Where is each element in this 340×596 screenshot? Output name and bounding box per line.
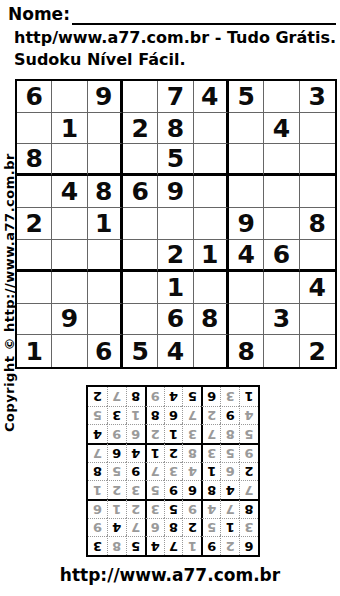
solution-cell-r3c6: 3 (145, 499, 164, 518)
puzzle-level-title: Sudoku Nível Fácil. (14, 50, 186, 69)
puzzle-cell-r1c1: 6 (17, 81, 52, 113)
puzzle-cell-r5c7: 9 (229, 208, 264, 240)
solution-cell-r7c9: 4 (88, 424, 107, 443)
solution-cell-r4c4: 6 (182, 480, 201, 499)
puzzle-cell-r6c2 (52, 240, 87, 272)
solution-cell-r2c8: 4 (107, 518, 126, 537)
solution-cell-r4c7: 3 (126, 480, 145, 499)
solution-cell-r1c5: 7 (164, 536, 183, 555)
solution-cell-r1c7: 5 (126, 536, 145, 555)
solution-cell-r8c6: 8 (145, 406, 164, 425)
puzzle-cell-r5c3: 1 (88, 208, 123, 240)
puzzle-cell-r7c1 (17, 272, 52, 304)
solution-cell-r2c5: 8 (164, 518, 183, 537)
solution-cell-r8c7: 1 (126, 406, 145, 425)
solution-cell-r8c8: 3 (107, 406, 126, 425)
sudoku-worksheet-page: Nome: http/www.a77.com.br - Tudo Grátis.… (0, 0, 340, 596)
solution-cell-r6c7: 4 (126, 443, 145, 462)
puzzle-cell-r9c6 (194, 335, 229, 367)
solution-cell-r7c4: 3 (182, 424, 201, 443)
puzzle-cell-r7c3 (88, 272, 123, 304)
solution-cell-r6c2: 5 (220, 443, 239, 462)
solution-cell-r2c3: 5 (201, 518, 220, 537)
puzzle-cell-r6c8: 6 (264, 240, 299, 272)
puzzle-cell-r8c7 (229, 304, 264, 336)
puzzle-cell-r3c7 (229, 144, 264, 176)
solution-cell-r3c8: 1 (107, 499, 126, 518)
puzzle-cell-r4c8 (264, 176, 299, 208)
solution-cell-r7c1: 5 (239, 424, 258, 443)
puzzle-cell-r7c5: 1 (158, 272, 193, 304)
solution-cell-r5c5: 3 (164, 462, 183, 481)
puzzle-cell-r4c7 (229, 176, 264, 208)
puzzle-cell-r8c8: 3 (264, 304, 299, 336)
solution-cell-r8c1: 4 (239, 406, 258, 425)
solution-cell-r7c7: 6 (126, 424, 145, 443)
solution-cell-r9c6: 9 (145, 387, 164, 406)
solution-cell-r2c1: 3 (239, 518, 258, 537)
solution-cell-r9c1: 1 (239, 387, 258, 406)
solution-cell-r8c9: 5 (88, 406, 107, 425)
puzzle-cell-r9c2 (52, 335, 87, 367)
puzzle-cell-r8c4 (123, 304, 158, 336)
sudoku-grid: 697453128485486921982146149683165482 (15, 79, 337, 369)
puzzle-cell-r7c6 (194, 272, 229, 304)
puzzle-cell-r8c3 (88, 304, 123, 336)
puzzle-cell-r4c5: 9 (158, 176, 193, 208)
puzzle-cell-r5c9: 8 (300, 208, 335, 240)
puzzle-cell-r4c4: 6 (123, 176, 158, 208)
puzzle-cell-r5c8 (264, 208, 299, 240)
solution-cell-r4c1: 7 (239, 480, 258, 499)
solution-cell-r6c8: 6 (107, 443, 126, 462)
puzzle-cell-r5c5 (158, 208, 193, 240)
puzzle-cell-r3c4 (123, 144, 158, 176)
solution-cell-r8c2: 9 (220, 406, 239, 425)
puzzle-cell-r6c5: 2 (158, 240, 193, 272)
puzzle-cell-r2c3 (88, 113, 123, 145)
puzzle-cell-r8c5: 6 (158, 304, 193, 336)
solution-cell-r2c4: 2 (182, 518, 201, 537)
solution-cell-r3c5: 5 (164, 499, 183, 518)
puzzle-cell-r6c1 (17, 240, 52, 272)
puzzle-cell-r5c1: 2 (17, 208, 52, 240)
puzzle-cell-r9c9: 2 (300, 335, 335, 367)
site-title: http/www.a77.com.br - Tudo Grátis. (14, 28, 336, 47)
puzzle-cell-r9c7: 8 (229, 335, 264, 367)
solution-cell-r4c2: 4 (220, 480, 239, 499)
solution-cell-r9c7: 8 (126, 387, 145, 406)
puzzle-cell-r7c7 (229, 272, 264, 304)
puzzle-cell-r3c3 (88, 144, 123, 176)
puzzle-cell-r2c7 (229, 113, 264, 145)
puzzle-cell-r6c7: 4 (229, 240, 264, 272)
puzzle-cell-r8c6: 8 (194, 304, 229, 336)
solution-cell-r5c8: 5 (107, 462, 126, 481)
solution-cell-r5c2: 6 (220, 462, 239, 481)
puzzle-cell-r2c1 (17, 113, 52, 145)
puzzle-cell-r2c5: 8 (158, 113, 193, 145)
solution-cell-r9c4: 5 (182, 387, 201, 406)
puzzle-cell-r6c3 (88, 240, 123, 272)
puzzle-cell-r4c1 (17, 176, 52, 208)
solution-cell-r9c3: 6 (201, 387, 220, 406)
solution-cell-r3c7: 2 (126, 499, 145, 518)
solution-cell-r2c9: 9 (88, 518, 107, 537)
puzzle-cell-r9c8 (264, 335, 299, 367)
solution-cell-r7c5: 1 (164, 424, 183, 443)
puzzle-cell-r1c9: 3 (300, 81, 335, 113)
solution-cell-r6c4: 8 (182, 443, 201, 462)
puzzle-cell-r6c9 (300, 240, 335, 272)
solution-cell-r4c6: 5 (145, 480, 164, 499)
puzzle-cell-r6c4 (123, 240, 158, 272)
solution-cell-r3c2: 7 (220, 499, 239, 518)
puzzle-cell-r7c9: 4 (300, 272, 335, 304)
solution-cell-r9c5: 4 (164, 387, 183, 406)
solution-cell-r8c4: 7 (182, 406, 201, 425)
solution-cell-r1c4: 1 (182, 536, 201, 555)
puzzle-cell-r7c2 (52, 272, 87, 304)
solution-cell-r6c9: 7 (88, 443, 107, 462)
solution-cell-r5c1: 2 (239, 462, 258, 481)
solution-cell-r8c3: 2 (201, 406, 220, 425)
solution-cell-r4c9: 1 (88, 480, 107, 499)
solution-cell-r9c8: 7 (107, 387, 126, 406)
solution-cell-r5c7: 9 (126, 462, 145, 481)
solution-cell-r9c9: 2 (88, 387, 107, 406)
footer-url: http://www.a77.com.br (0, 565, 340, 585)
solution-cell-r6c3: 3 (201, 443, 220, 462)
puzzle-cell-r5c6 (194, 208, 229, 240)
solution-cell-r6c5: 2 (164, 443, 183, 462)
solution-cell-r7c2: 8 (220, 424, 239, 443)
puzzle-cell-r9c3: 6 (88, 335, 123, 367)
solution-cell-r9c2: 3 (220, 387, 239, 406)
puzzle-cell-r1c4 (123, 81, 158, 113)
puzzle-cell-r3c6 (194, 144, 229, 176)
solution-cell-r2c7: 7 (126, 518, 145, 537)
puzzle-cell-r4c3: 8 (88, 176, 123, 208)
name-row: Nome: (8, 4, 336, 25)
solution-cell-r4c8: 2 (107, 480, 126, 499)
puzzle-cell-r2c9 (300, 113, 335, 145)
solution-cell-r8c5: 6 (164, 406, 183, 425)
puzzle-cell-r8c9 (300, 304, 335, 336)
solution-cell-r2c6: 6 (145, 518, 164, 537)
solution-cell-r7c8: 9 (107, 424, 126, 443)
solution-cell-r1c6: 4 (145, 536, 164, 555)
puzzle-cell-r7c8 (264, 272, 299, 304)
solution-cell-r5c4: 4 (182, 462, 201, 481)
puzzle-cell-r7c4 (123, 272, 158, 304)
solution-cell-r1c9: 3 (88, 536, 107, 555)
puzzle-cell-r3c9 (300, 144, 335, 176)
puzzle-cell-r5c2 (52, 208, 87, 240)
puzzle-cell-r9c1: 1 (17, 335, 52, 367)
puzzle-cell-r2c2: 1 (52, 113, 87, 145)
puzzle-cell-r1c5: 7 (158, 81, 193, 113)
puzzle-cell-r4c2: 4 (52, 176, 87, 208)
puzzle-cell-r8c2: 9 (52, 304, 87, 336)
solution-cell-r3c4: 9 (182, 499, 201, 518)
solution-cell-r4c5: 9 (164, 480, 183, 499)
solution-cell-r2c2: 1 (220, 518, 239, 537)
puzzle-cell-r4c6 (194, 176, 229, 208)
solution-cell-r5c9: 8 (88, 462, 107, 481)
solution-cell-r1c3: 9 (201, 536, 220, 555)
solution-cell-r7c6: 2 (145, 424, 164, 443)
puzzle-cell-r9c4: 5 (123, 335, 158, 367)
puzzle-cell-r6c6: 1 (194, 240, 229, 272)
puzzle-cell-r3c1: 8 (17, 144, 52, 176)
solution-cell-r3c9: 6 (88, 499, 107, 518)
puzzle-cell-r8c1 (17, 304, 52, 336)
solution-cell-r5c3: 1 (201, 462, 220, 481)
puzzle-cell-r2c4: 2 (123, 113, 158, 145)
solution-cell-r3c3: 4 (201, 499, 220, 518)
solution-cell-r1c8: 8 (107, 536, 126, 555)
solution-cell-r3c1: 8 (239, 499, 258, 518)
puzzle-cell-r1c7: 5 (229, 81, 264, 113)
puzzle-cell-r3c8 (264, 144, 299, 176)
solution-cell-r4c3: 8 (201, 480, 220, 499)
name-fill-line (72, 4, 336, 25)
puzzle-cell-r1c2 (52, 81, 87, 113)
name-label: Nome: (8, 4, 70, 25)
solution-cell-r7c3: 7 (201, 424, 220, 443)
solution-cell-r6c6: 1 (145, 443, 164, 462)
solution-grid-rotated: 6291745833152867498749532167486953212614… (86, 385, 260, 557)
puzzle-cell-r2c8: 4 (264, 113, 299, 145)
solution-cell-r5c6: 7 (145, 462, 164, 481)
puzzle-cell-r2c6 (194, 113, 229, 145)
solution-cell-r1c2: 2 (220, 536, 239, 555)
puzzle-cell-r1c3: 9 (88, 81, 123, 113)
puzzle-cell-r9c5: 4 (158, 335, 193, 367)
puzzle-cell-r3c5: 5 (158, 144, 193, 176)
puzzle-cell-r3c2 (52, 144, 87, 176)
puzzle-cell-r1c8 (264, 81, 299, 113)
puzzle-cell-r5c4 (123, 208, 158, 240)
puzzle-cell-r4c9 (300, 176, 335, 208)
solution-cell-r1c1: 6 (239, 536, 258, 555)
solution-cell-r6c1: 9 (239, 443, 258, 462)
puzzle-cell-r1c6: 4 (194, 81, 229, 113)
